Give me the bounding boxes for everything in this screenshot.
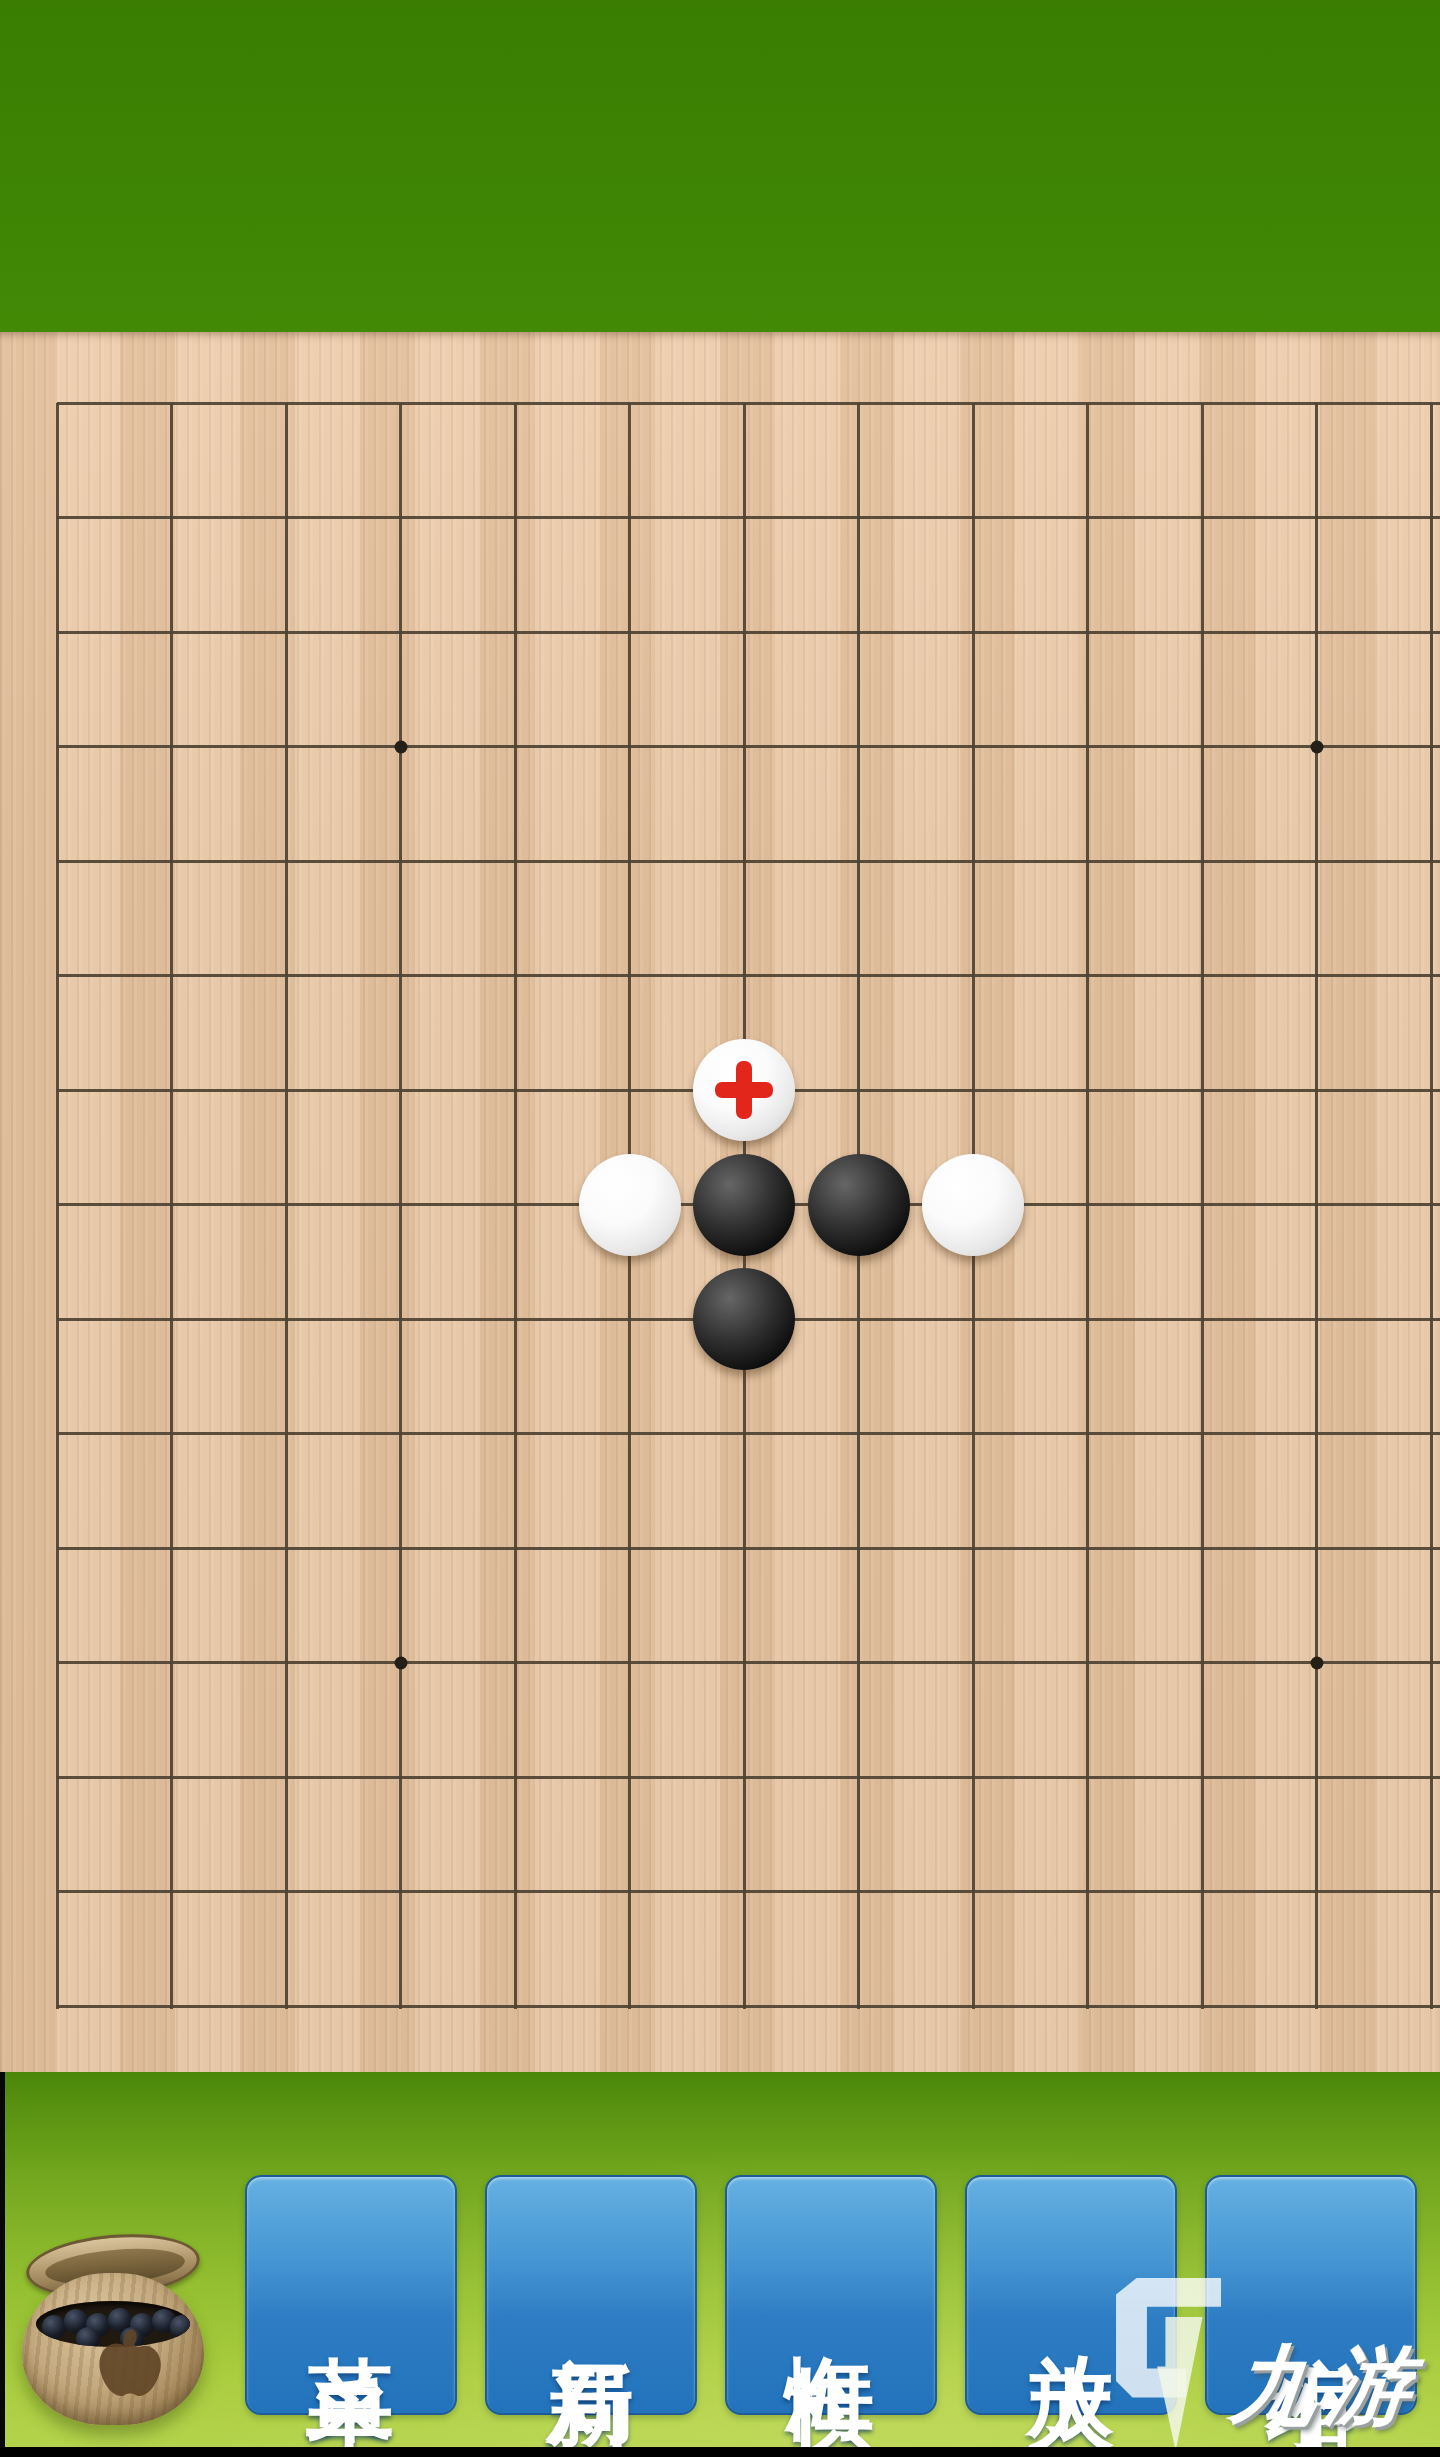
white-stone — [693, 1039, 795, 1141]
toolbar: 菜单 新局 悔棋 放大 缩小 九游 — [0, 2072, 1440, 2457]
undo-button-label: 悔棋 — [772, 2285, 891, 2305]
grid-hline — [57, 1776, 1440, 1779]
grid-hline — [57, 1432, 1440, 1435]
menu-button-label: 菜单 — [292, 2285, 411, 2305]
screen: 菜单 新局 悔棋 放大 缩小 九游 — [0, 0, 1440, 2457]
grid-hline — [57, 1547, 1440, 1550]
grid-vline — [285, 403, 288, 2009]
bowl-body — [22, 2273, 204, 2425]
zoom-in-button-label: 放大 — [1012, 2285, 1131, 2305]
new-game-button-label: 新局 — [532, 2285, 651, 2305]
grid-vline — [1315, 403, 1318, 2009]
grid-vline — [1086, 403, 1089, 2009]
board-grid[interactable] — [0, 332, 1440, 2072]
bowl-stone — [42, 2315, 66, 2339]
black-stone — [808, 1154, 910, 1256]
grid-vline — [399, 403, 402, 2009]
grid-hline — [57, 745, 1440, 748]
zoom-out-button[interactable]: 缩小 — [1205, 2175, 1417, 2415]
grid-hline — [57, 1661, 1440, 1664]
grid-hline — [57, 402, 1440, 405]
bottom-black-bar — [0, 2447, 1440, 2457]
header-band — [0, 0, 1440, 332]
last-move-cross-marker — [693, 1039, 795, 1141]
zoom-out-button-label: 缩小 — [1252, 2285, 1371, 2305]
star-point — [394, 740, 407, 753]
star-point — [1310, 740, 1323, 753]
black-stone — [693, 1154, 795, 1256]
grid-vline — [1201, 403, 1204, 2009]
white-stone — [579, 1154, 681, 1256]
zoom-in-button[interactable]: 放大 — [965, 2175, 1177, 2415]
stone-bowl-icon — [22, 2235, 204, 2440]
new-game-button[interactable]: 新局 — [485, 2175, 697, 2415]
star-point — [1310, 1656, 1323, 1669]
menu-button[interactable]: 菜单 — [245, 2175, 457, 2415]
grid-vline — [170, 403, 173, 2009]
grid-vline — [1430, 403, 1433, 2009]
toolbar-left-strip — [0, 2072, 5, 2457]
grid-vline — [514, 403, 517, 2009]
grid-hline — [57, 516, 1440, 519]
grid-hline — [57, 974, 1440, 977]
black-stone — [693, 1268, 795, 1370]
grid-hline — [57, 1890, 1440, 1893]
star-point — [394, 1656, 407, 1669]
grid-hline — [57, 860, 1440, 863]
white-stone — [922, 1154, 1024, 1256]
grid-hline — [57, 631, 1440, 634]
grid-hline — [57, 2005, 1440, 2008]
undo-button[interactable]: 悔棋 — [725, 2175, 937, 2415]
apple-logo-cutout — [85, 2329, 163, 2413]
grid-vline — [56, 403, 59, 2009]
bowl-stone — [170, 2315, 190, 2339]
